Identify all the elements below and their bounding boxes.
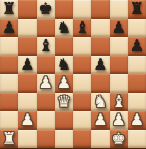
square-f1[interactable]: [91, 130, 109, 149]
square-b8[interactable]: [18, 0, 36, 19]
square-g6[interactable]: [110, 37, 128, 56]
white-pawn-d4[interactable]: ♟: [57, 75, 71, 91]
white-pawn-b2[interactable]: ♟: [20, 112, 34, 128]
square-a4[interactable]: [0, 74, 18, 93]
square-e7[interactable]: ♝: [73, 19, 91, 38]
square-h1[interactable]: [128, 130, 146, 149]
black-bishop-c6[interactable]: ♝: [38, 38, 52, 54]
square-e6[interactable]: [73, 37, 91, 56]
square-g8[interactable]: [110, 0, 128, 19]
black-rook-h8[interactable]: ♜: [130, 1, 144, 17]
white-pawn-f2[interactable]: ♟: [93, 112, 107, 128]
white-bishop-g3[interactable]: ♝: [111, 94, 125, 110]
square-g2[interactable]: ♟: [110, 111, 128, 130]
black-pawn-a7[interactable]: ♟: [2, 20, 16, 36]
square-e3[interactable]: [73, 93, 91, 112]
square-c3[interactable]: [37, 93, 55, 112]
square-d8[interactable]: [55, 0, 73, 19]
white-rook-a1[interactable]: ♜: [2, 131, 16, 147]
square-e2[interactable]: [73, 111, 91, 130]
square-c7[interactable]: [37, 19, 55, 38]
square-a7[interactable]: ♟: [0, 19, 18, 38]
square-h4[interactable]: [128, 74, 146, 93]
square-b2[interactable]: ♟: [18, 111, 36, 130]
square-c1[interactable]: [37, 130, 55, 149]
square-g5[interactable]: [110, 56, 128, 75]
square-g4[interactable]: [110, 74, 128, 93]
square-c4[interactable]: ♟: [37, 74, 55, 93]
square-d7[interactable]: ♞: [55, 19, 73, 38]
white-pawn-c4[interactable]: ♟: [38, 75, 52, 91]
square-b3[interactable]: [18, 93, 36, 112]
chess-board: ♜♚♜♟♞♝♟♝♟♟♞♟♟♟♛♞♝♟♟♟♟♜♚: [0, 0, 146, 149]
square-d2[interactable]: [55, 111, 73, 130]
square-g1[interactable]: ♚: [110, 130, 128, 149]
square-h6[interactable]: ♟: [128, 37, 146, 56]
square-c6[interactable]: ♝: [37, 37, 55, 56]
square-a8[interactable]: ♜: [0, 0, 18, 19]
square-c8[interactable]: ♚: [37, 0, 55, 19]
square-f2[interactable]: ♟: [91, 111, 109, 130]
square-c2[interactable]: [37, 111, 55, 130]
square-f5[interactable]: ♟: [91, 56, 109, 75]
square-e1[interactable]: [73, 130, 91, 149]
chess-board-window: ♜♚♜♟♞♝♟♝♟♟♞♟♟♟♛♞♝♟♟♟♟♜♚: [0, 0, 146, 149]
square-b5[interactable]: ♟: [18, 56, 36, 75]
black-pawn-h6[interactable]: ♟: [130, 38, 144, 54]
square-a5[interactable]: [0, 56, 18, 75]
white-knight-f3[interactable]: ♞: [93, 94, 107, 110]
square-b4[interactable]: [18, 74, 36, 93]
black-rook-a8[interactable]: ♜: [2, 1, 16, 17]
black-king-c8[interactable]: ♚: [38, 1, 52, 17]
square-d1[interactable]: [55, 130, 73, 149]
square-a6[interactable]: [0, 37, 18, 56]
square-d3[interactable]: ♛: [55, 93, 73, 112]
black-pawn-f5[interactable]: ♟: [93, 57, 107, 73]
square-b6[interactable]: [18, 37, 36, 56]
square-e8[interactable]: [73, 0, 91, 19]
white-pawn-h2[interactable]: ♟: [130, 112, 144, 128]
square-f8[interactable]: [91, 0, 109, 19]
square-h2[interactable]: ♟: [128, 111, 146, 130]
black-pawn-g7[interactable]: ♟: [111, 20, 125, 36]
black-pawn-b5[interactable]: ♟: [20, 57, 34, 73]
square-d4[interactable]: ♟: [55, 74, 73, 93]
square-h8[interactable]: ♜: [128, 0, 146, 19]
square-a1[interactable]: ♜: [0, 130, 18, 149]
square-d6[interactable]: [55, 37, 73, 56]
white-queen-d3[interactable]: ♛: [57, 94, 71, 110]
square-c5[interactable]: [37, 56, 55, 75]
square-f4[interactable]: [91, 74, 109, 93]
black-bishop-e7[interactable]: ♝: [75, 20, 89, 36]
square-b7[interactable]: [18, 19, 36, 38]
square-h7[interactable]: [128, 19, 146, 38]
square-f7[interactable]: [91, 19, 109, 38]
square-a2[interactable]: [0, 111, 18, 130]
square-d5[interactable]: ♞: [55, 56, 73, 75]
square-f6[interactable]: [91, 37, 109, 56]
square-h3[interactable]: [128, 93, 146, 112]
square-a3[interactable]: [0, 93, 18, 112]
black-knight-d5[interactable]: ♞: [57, 57, 71, 73]
square-g3[interactable]: ♝: [110, 93, 128, 112]
square-g7[interactable]: ♟: [110, 19, 128, 38]
white-pawn-g2[interactable]: ♟: [111, 112, 125, 128]
black-knight-d7[interactable]: ♞: [57, 20, 71, 36]
white-king-g1[interactable]: ♚: [111, 131, 125, 147]
square-e5[interactable]: [73, 56, 91, 75]
square-e4[interactable]: [73, 74, 91, 93]
square-b1[interactable]: [18, 130, 36, 149]
square-h5[interactable]: [128, 56, 146, 75]
square-f3[interactable]: ♞: [91, 93, 109, 112]
